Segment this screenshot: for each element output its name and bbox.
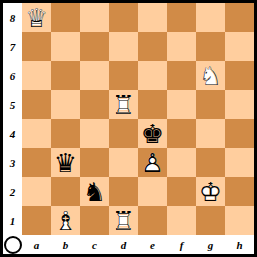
file-label-e: e bbox=[138, 235, 167, 254]
square-a5[interactable] bbox=[22, 90, 51, 119]
file-label-d: d bbox=[109, 235, 138, 254]
square-a2[interactable] bbox=[22, 177, 51, 206]
square-f4[interactable] bbox=[167, 119, 196, 148]
square-h4[interactable] bbox=[225, 119, 254, 148]
rank-label-4: 4 bbox=[3, 119, 22, 148]
square-a8[interactable]: ♛♕ bbox=[22, 3, 51, 32]
white-knight-piece[interactable]: ♞♘ bbox=[196, 61, 225, 90]
rank-label-8: 8 bbox=[3, 3, 22, 32]
black-king-piece[interactable]: ♚ bbox=[138, 119, 167, 148]
square-g2[interactable]: ♚♔ bbox=[196, 177, 225, 206]
black-knight-piece[interactable]: ♞ bbox=[80, 177, 109, 206]
square-d7[interactable] bbox=[109, 32, 138, 61]
square-a1[interactable] bbox=[22, 206, 51, 235]
white-king-outline: ♔ bbox=[196, 177, 225, 206]
square-h6[interactable] bbox=[225, 61, 254, 90]
square-c2[interactable]: ♞ bbox=[80, 177, 109, 206]
white-rook-piece[interactable]: ♜♖ bbox=[109, 90, 138, 119]
square-f5[interactable] bbox=[167, 90, 196, 119]
square-g8[interactable] bbox=[196, 3, 225, 32]
square-e5[interactable] bbox=[138, 90, 167, 119]
square-g1[interactable] bbox=[196, 206, 225, 235]
black-queen-piece[interactable]: ♛ bbox=[51, 148, 80, 177]
square-e3[interactable]: ♟♙ bbox=[138, 148, 167, 177]
square-e1[interactable] bbox=[138, 206, 167, 235]
file-label-f: f bbox=[167, 235, 196, 254]
black-knight-glyph: ♞ bbox=[80, 177, 109, 206]
square-f2[interactable] bbox=[167, 177, 196, 206]
square-d6[interactable] bbox=[109, 61, 138, 90]
square-g7[interactable] bbox=[196, 32, 225, 61]
square-a7[interactable] bbox=[22, 32, 51, 61]
rank-label-6: 6 bbox=[3, 61, 22, 90]
file-label-c: c bbox=[80, 235, 109, 254]
square-g6[interactable]: ♞♘ bbox=[196, 61, 225, 90]
square-f8[interactable] bbox=[167, 3, 196, 32]
square-b7[interactable] bbox=[51, 32, 80, 61]
square-h1[interactable] bbox=[225, 206, 254, 235]
square-c1[interactable] bbox=[80, 206, 109, 235]
square-e4[interactable]: ♚ bbox=[138, 119, 167, 148]
white-rook-outline: ♖ bbox=[109, 206, 138, 235]
white-pawn-piece[interactable]: ♟♙ bbox=[138, 148, 167, 177]
square-d5[interactable]: ♜♖ bbox=[109, 90, 138, 119]
white-to-move-indicator bbox=[4, 236, 22, 254]
square-b8[interactable] bbox=[51, 3, 80, 32]
square-g3[interactable] bbox=[196, 148, 225, 177]
square-h7[interactable] bbox=[225, 32, 254, 61]
rank-label-7: 7 bbox=[3, 32, 22, 61]
square-g5[interactable] bbox=[196, 90, 225, 119]
square-f3[interactable] bbox=[167, 148, 196, 177]
square-e6[interactable] bbox=[138, 61, 167, 90]
square-h2[interactable] bbox=[225, 177, 254, 206]
square-a4[interactable] bbox=[22, 119, 51, 148]
square-d4[interactable] bbox=[109, 119, 138, 148]
diagram-background: 87654321 ♛♕♞♘♜♖♚♛♟♙♞♚♔♝♗♜♖ abcdefgh bbox=[3, 3, 254, 254]
square-h8[interactable] bbox=[225, 3, 254, 32]
square-a3[interactable] bbox=[22, 148, 51, 177]
white-rook-outline: ♖ bbox=[109, 90, 138, 119]
file-label-b: b bbox=[51, 235, 80, 254]
white-queen-outline: ♕ bbox=[22, 3, 51, 32]
white-pawn-outline: ♙ bbox=[138, 148, 167, 177]
white-bishop-piece[interactable]: ♝♗ bbox=[51, 206, 80, 235]
black-king-glyph: ♚ bbox=[138, 119, 167, 148]
white-rook-piece[interactable]: ♜♖ bbox=[109, 206, 138, 235]
square-a6[interactable] bbox=[22, 61, 51, 90]
white-king-piece[interactable]: ♚♔ bbox=[196, 177, 225, 206]
file-label-h: h bbox=[225, 235, 254, 254]
chess-board[interactable]: ♛♕♞♘♜♖♚♛♟♙♞♚♔♝♗♜♖ bbox=[22, 3, 254, 235]
square-h3[interactable] bbox=[225, 148, 254, 177]
white-queen-piece[interactable]: ♛♕ bbox=[22, 3, 51, 32]
black-queen-glyph: ♛ bbox=[51, 148, 80, 177]
file-label-g: g bbox=[196, 235, 225, 254]
square-f7[interactable] bbox=[167, 32, 196, 61]
square-b1[interactable]: ♝♗ bbox=[51, 206, 80, 235]
white-knight-outline: ♘ bbox=[196, 61, 225, 90]
rank-label-3: 3 bbox=[3, 148, 22, 177]
rank-label-5: 5 bbox=[3, 90, 22, 119]
square-b5[interactable] bbox=[51, 90, 80, 119]
file-label-a: a bbox=[22, 235, 51, 254]
square-d1[interactable]: ♜♖ bbox=[109, 206, 138, 235]
rank-label-1: 1 bbox=[3, 206, 22, 235]
square-c7[interactable] bbox=[80, 32, 109, 61]
square-b4[interactable] bbox=[51, 119, 80, 148]
file-labels: abcdefgh bbox=[22, 235, 254, 254]
square-d8[interactable] bbox=[109, 3, 138, 32]
rank-label-2: 2 bbox=[3, 177, 22, 206]
rank-labels: 87654321 bbox=[3, 3, 22, 235]
square-c5[interactable] bbox=[80, 90, 109, 119]
square-b2[interactable] bbox=[51, 177, 80, 206]
chess-diagram: 87654321 ♛♕♞♘♜♖♚♛♟♙♞♚♔♝♗♜♖ abcdefgh bbox=[0, 0, 257, 257]
square-h5[interactable] bbox=[225, 90, 254, 119]
square-d2[interactable] bbox=[109, 177, 138, 206]
square-c8[interactable] bbox=[80, 3, 109, 32]
square-g4[interactable] bbox=[196, 119, 225, 148]
square-f1[interactable] bbox=[167, 206, 196, 235]
white-bishop-outline: ♗ bbox=[51, 206, 80, 235]
square-c6[interactable] bbox=[80, 61, 109, 90]
square-e7[interactable] bbox=[138, 32, 167, 61]
square-c3[interactable] bbox=[80, 148, 109, 177]
square-e2[interactable] bbox=[138, 177, 167, 206]
square-e8[interactable] bbox=[138, 3, 167, 32]
square-b3[interactable]: ♛ bbox=[51, 148, 80, 177]
square-c4[interactable] bbox=[80, 119, 109, 148]
square-f6[interactable] bbox=[167, 61, 196, 90]
square-d3[interactable] bbox=[109, 148, 138, 177]
square-b6[interactable] bbox=[51, 61, 80, 90]
